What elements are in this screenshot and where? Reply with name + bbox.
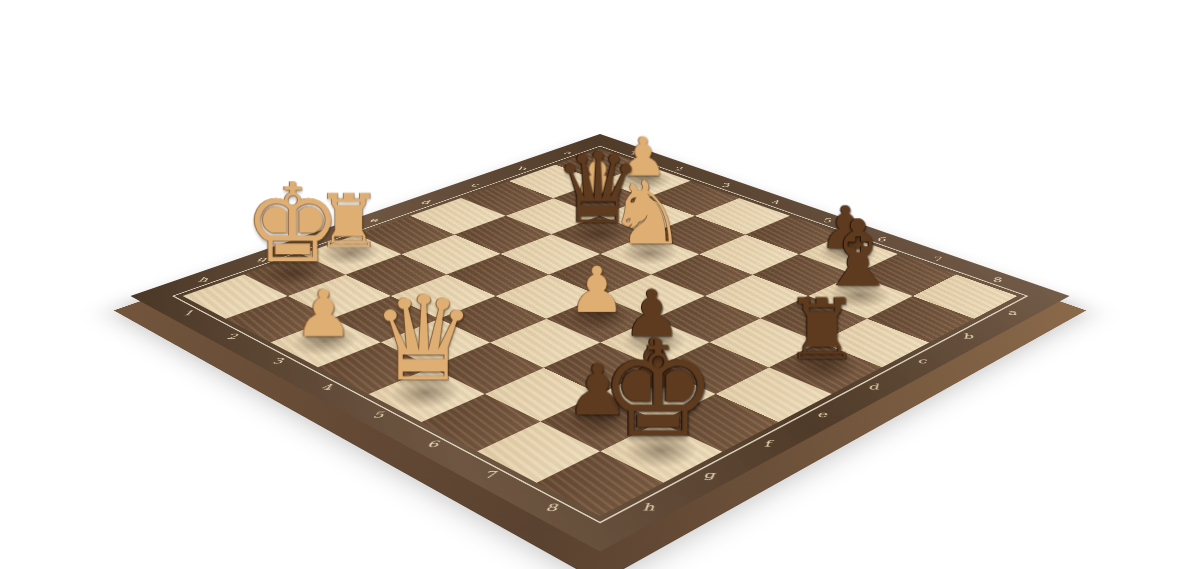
rank-label: 8	[990, 276, 1003, 283]
file-label: g	[703, 469, 716, 480]
rank-label: 5	[372, 410, 385, 420]
rank-label: 1	[181, 309, 194, 317]
file-label: d	[867, 383, 880, 392]
file-label: a	[563, 150, 571, 155]
piece-white-knight-c4: ♞	[571, 170, 723, 258]
rank-label: 6	[426, 439, 439, 449]
file-label: d	[420, 199, 430, 205]
piece-black-rook-d8: ♜	[736, 287, 909, 371]
chess-board: abcdefgh8♜♚87♝♟♟76♟♟65♟♛54♞43♛♟32♟♟21♜♚1…	[130, 134, 1069, 552]
rank-label: 1	[629, 150, 637, 155]
product-photo-stage: abcdefgh8♜♚87♝♟♟76♟♟65♟♛54♞43♛♟32♟♟21♜♚1…	[0, 0, 1200, 569]
piece-white-queen-h5: ♛	[335, 281, 512, 399]
file-label: h	[197, 276, 210, 283]
file-label: a	[1006, 309, 1019, 317]
file-label: e	[816, 410, 828, 420]
piece-black-king-g8: ♚	[564, 324, 752, 455]
file-label: c	[916, 357, 928, 366]
rank-label: 3	[271, 357, 284, 366]
rank-label: 4	[320, 383, 333, 392]
rank-label: 7	[931, 256, 943, 263]
board-frame: abcdefgh8♜♚87♝♟♟76♟♟65♟♛54♞43♛♟32♟♟21♜♚1…	[130, 134, 1069, 552]
board-grid: abcdefgh8♜♚87♝♟♟76♟♟65♟♛54♞43♛♟32♟♟21♜♚1…	[130, 134, 1069, 552]
rank-label: 6	[875, 236, 886, 243]
rank-label: 7	[484, 469, 497, 480]
piece-white-king-g1: ♚	[215, 169, 371, 278]
rank-label: 8	[545, 502, 557, 514]
file-label: c	[470, 182, 478, 188]
rank-label: 3	[721, 182, 730, 188]
file-label: b	[961, 332, 974, 340]
rank-label: 5	[821, 217, 832, 223]
rank-label: 4	[770, 199, 780, 205]
rank-label: 2	[225, 332, 238, 340]
file-label: h	[642, 502, 654, 514]
file-label: e	[368, 217, 378, 223]
rank-label: 2	[674, 166, 683, 172]
file-label: b	[517, 166, 526, 172]
file-label: f	[763, 439, 771, 449]
